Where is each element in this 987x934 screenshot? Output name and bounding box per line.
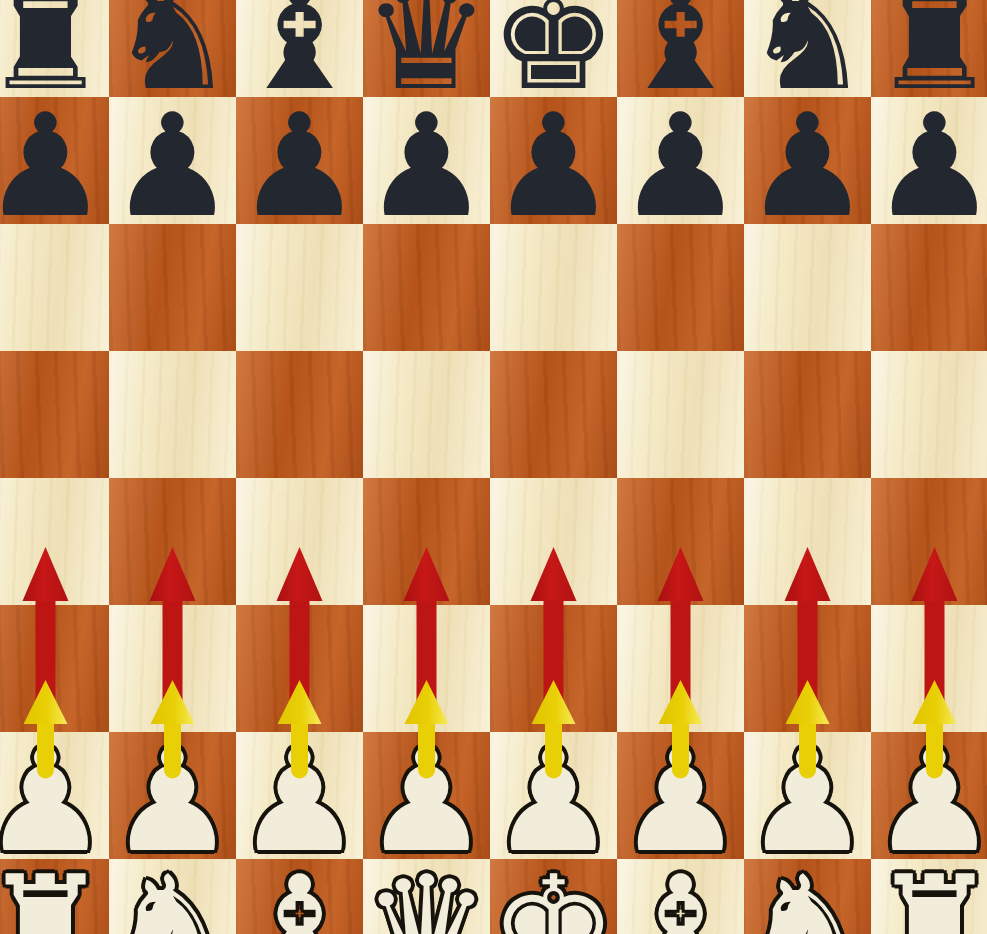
square-b1[interactable]: ♞ <box>109 859 236 934</box>
square-e2[interactable]: ♟ <box>490 732 617 859</box>
square-d7[interactable]: ♟ <box>363 97 490 224</box>
white-bishop-c1[interactable]: ♝ <box>236 857 363 934</box>
square-b4[interactable] <box>109 478 236 605</box>
white-queen-d1[interactable]: ♛ <box>363 857 490 934</box>
square-f2[interactable]: ♟ <box>617 732 744 859</box>
square-h5[interactable] <box>871 351 987 478</box>
square-b2[interactable]: ♟ <box>109 732 236 859</box>
square-d3[interactable] <box>363 605 490 732</box>
square-g4[interactable] <box>744 478 871 605</box>
square-b5[interactable] <box>109 351 236 478</box>
square-e3[interactable] <box>490 605 617 732</box>
square-b7[interactable]: ♟ <box>109 97 236 224</box>
square-h4[interactable] <box>871 478 987 605</box>
square-f1[interactable]: ♝ <box>617 859 744 934</box>
black-pawn-g7[interactable]: ♟ <box>744 95 871 237</box>
white-bishop-f1[interactable]: ♝ <box>617 857 744 934</box>
square-e7[interactable]: ♟ <box>490 97 617 224</box>
square-c7[interactable]: ♟ <box>236 97 363 224</box>
square-a3[interactable] <box>0 605 109 732</box>
square-a7[interactable]: ♟ <box>0 97 109 224</box>
square-h7[interactable]: ♟ <box>871 97 987 224</box>
square-a5[interactable] <box>0 351 109 478</box>
square-g5[interactable] <box>744 351 871 478</box>
white-king-e1[interactable]: ♚ <box>490 857 617 934</box>
square-e4[interactable] <box>490 478 617 605</box>
square-c2[interactable]: ♟ <box>236 732 363 859</box>
white-knight-g1[interactable]: ♞ <box>744 857 871 934</box>
black-pawn-h7[interactable]: ♟ <box>871 95 987 237</box>
black-pawn-a7[interactable]: ♟ <box>0 95 109 237</box>
square-a1[interactable]: ♜ <box>0 859 109 934</box>
square-h1[interactable]: ♜ <box>871 859 987 934</box>
square-c5[interactable] <box>236 351 363 478</box>
square-g3[interactable] <box>744 605 871 732</box>
square-f4[interactable] <box>617 478 744 605</box>
square-g7[interactable]: ♟ <box>744 97 871 224</box>
chess-board: ♜♞♝♛♚♝♞♜♟♟♟♟♟♟♟♟♟♟♟♟♟♟♟♟♜♞♝♛♚♝♞♜ <box>0 0 987 934</box>
square-d4[interactable] <box>363 478 490 605</box>
square-e5[interactable] <box>490 351 617 478</box>
square-e1[interactable]: ♚ <box>490 859 617 934</box>
white-knight-b1[interactable]: ♞ <box>109 857 236 934</box>
black-pawn-e7[interactable]: ♟ <box>490 95 617 237</box>
square-f3[interactable] <box>617 605 744 732</box>
square-h3[interactable] <box>871 605 987 732</box>
square-b3[interactable] <box>109 605 236 732</box>
black-pawn-f7[interactable]: ♟ <box>617 95 744 237</box>
chess-board-viewport: ♜♞♝♛♚♝♞♜♟♟♟♟♟♟♟♟♟♟♟♟♟♟♟♟♜♞♝♛♚♝♞♜ <box>0 0 987 934</box>
white-rook-h1[interactable]: ♜ <box>871 857 987 934</box>
square-h2[interactable]: ♟ <box>871 732 987 859</box>
square-g2[interactable]: ♟ <box>744 732 871 859</box>
square-c1[interactable]: ♝ <box>236 859 363 934</box>
square-c3[interactable] <box>236 605 363 732</box>
square-a2[interactable]: ♟ <box>0 732 109 859</box>
square-c4[interactable] <box>236 478 363 605</box>
black-pawn-d7[interactable]: ♟ <box>363 95 490 237</box>
black-pawn-b7[interactable]: ♟ <box>109 95 236 237</box>
square-d2[interactable]: ♟ <box>363 732 490 859</box>
square-f5[interactable] <box>617 351 744 478</box>
black-pawn-c7[interactable]: ♟ <box>236 95 363 237</box>
white-rook-a1[interactable]: ♜ <box>0 857 109 934</box>
square-a4[interactable] <box>0 478 109 605</box>
square-g1[interactable]: ♞ <box>744 859 871 934</box>
square-d5[interactable] <box>363 351 490 478</box>
square-d1[interactable]: ♛ <box>363 859 490 934</box>
square-f7[interactable]: ♟ <box>617 97 744 224</box>
